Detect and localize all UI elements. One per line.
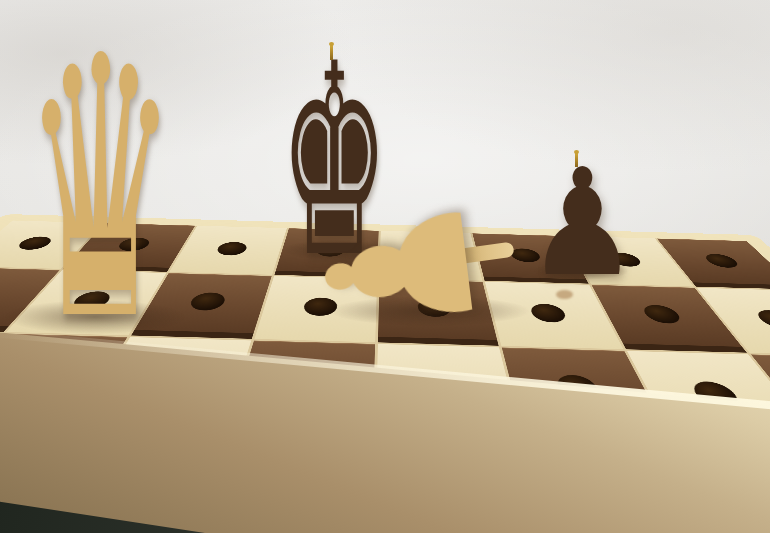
peg-hole bbox=[639, 305, 684, 324]
chess-photo-scene: ♛ ♚ ♟ ♟ bbox=[0, 0, 770, 533]
peg-hole bbox=[0, 286, 6, 304]
black-pawn-piece: ♟ bbox=[527, 149, 630, 297]
fallen-white-pawn-piece: ♟ bbox=[295, 194, 505, 354]
king-brass-pin-icon bbox=[330, 45, 333, 60]
peg-hole bbox=[214, 242, 248, 256]
pawn-brass-pin-icon bbox=[575, 153, 578, 167]
peg-hole bbox=[187, 292, 228, 311]
white-queen-piece: ♛ bbox=[23, 10, 167, 370]
peg-hole bbox=[752, 310, 770, 330]
peg-hole bbox=[701, 254, 742, 269]
